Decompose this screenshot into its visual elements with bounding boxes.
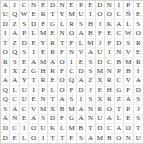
grid-cell-r14c6[interactable]: K	[48, 124, 57, 133]
grid-cell-r10c13[interactable]: G	[115, 86, 124, 95]
grid-cell-r6c7[interactable]: F	[58, 48, 67, 57]
grid-cell-r10c6[interactable]: L	[48, 86, 57, 95]
word-search-grid: AICNEDNEPEDNIPTUQWERTYMUIOOCÑEDZSDFGLRSH…	[0, 0, 144, 144]
grid-cell-r4c13[interactable]: C	[115, 29, 124, 38]
grid-cell-r4c12[interactable]: E	[105, 29, 114, 38]
grid-cell-r9c1[interactable]: A	[1, 77, 10, 86]
grid-cell-r3c3[interactable]: S	[20, 20, 29, 29]
grid-cell-r3c9[interactable]: S	[77, 20, 86, 29]
grid-cell-r12c4[interactable]: V	[29, 105, 38, 114]
grid-cell-r15c15[interactable]: U	[134, 134, 143, 143]
grid-cell-r9c15[interactable]: A	[134, 77, 143, 86]
grid-cell-r5c7[interactable]: T	[58, 39, 67, 48]
grid-cell-r2c12[interactable]: O	[105, 10, 114, 19]
grid-cell-r12c14[interactable]: P	[124, 105, 133, 114]
grid-cell-r8c7[interactable]: F	[58, 67, 67, 76]
grid-cell-r4c4[interactable]: L	[29, 29, 38, 38]
grid-cell-r4c6[interactable]: E	[48, 29, 57, 38]
grid-cell-r9c5[interactable]: R	[39, 77, 48, 86]
grid-cell-r15c4[interactable]: O	[29, 134, 38, 143]
grid-cell-r14c9[interactable]: B	[77, 124, 86, 133]
grid-cell-r4c11[interactable]: F	[96, 29, 105, 38]
grid-cell-r6c11[interactable]: U	[96, 48, 105, 57]
grid-cell-r13c10[interactable]: N	[86, 115, 95, 124]
grid-cell-r10c10[interactable]: J	[86, 86, 95, 95]
grid-cell-r2c7[interactable]: Y	[58, 10, 67, 19]
grid-cell-r14c4[interactable]: O	[29, 124, 38, 133]
grid-cell-r11c1[interactable]: Q	[1, 96, 10, 105]
grid-cell-r8c15[interactable]: I	[134, 67, 143, 76]
grid-cell-r12c13[interactable]: T	[115, 105, 124, 114]
grid-cell-r5c10[interactable]: M	[86, 39, 95, 48]
grid-cell-r7c12[interactable]: C	[105, 58, 114, 67]
grid-cell-r5c4[interactable]: E	[29, 39, 38, 48]
grid-cell-r3c11[interactable]: J	[96, 20, 105, 29]
grid-cell-r5c6[interactable]: R	[48, 39, 57, 48]
grid-cell-r2c3[interactable]: W	[20, 10, 29, 19]
grid-cell-r1c3[interactable]: C	[20, 1, 29, 10]
grid-cell-r12c15[interactable]: J	[134, 105, 143, 114]
grid-cell-r13c12[interactable]: A	[105, 115, 114, 124]
grid-cell-r1c15[interactable]: T	[134, 1, 143, 10]
grid-cell-r5c2[interactable]: Z	[10, 39, 19, 48]
grid-cell-r2c8[interactable]: M	[67, 10, 76, 19]
grid-cell-r3c6[interactable]: G	[48, 20, 57, 29]
grid-cell-r13c6[interactable]: D	[48, 115, 57, 124]
grid-cell-r6c4[interactable]: I	[29, 48, 38, 57]
grid-cell-r13c9[interactable]: A	[77, 115, 86, 124]
grid-cell-r10c15[interactable]: D	[134, 86, 143, 95]
grid-cell-r13c3[interactable]: E	[20, 115, 29, 124]
grid-cell-r6c12[interactable]: I	[105, 48, 114, 57]
grid-cell-r6c1[interactable]: O	[1, 48, 10, 57]
grid-cell-r7c13[interactable]: B	[115, 58, 124, 67]
grid-cell-r2c6[interactable]: T	[48, 10, 57, 19]
grid-cell-r11c5[interactable]: N	[39, 96, 48, 105]
grid-cell-r6c13[interactable]: N	[115, 48, 124, 57]
grid-cell-r4c2[interactable]: A	[10, 29, 19, 38]
grid-cell-r5c8[interactable]: F	[67, 39, 76, 48]
grid-cell-r5c1[interactable]: T	[1, 39, 10, 48]
grid-cell-r3c14[interactable]: L	[124, 20, 133, 29]
grid-cell-r1c9[interactable]: P	[77, 1, 86, 10]
grid-cell-r2c1[interactable]: U	[1, 10, 10, 19]
grid-cell-r4c8[interactable]: O	[67, 29, 76, 38]
grid-cell-r8c3[interactable]: Z	[20, 67, 29, 76]
grid-cell-r4c14[interactable]: W	[124, 29, 133, 38]
grid-cell-r15c12[interactable]: B	[105, 134, 114, 143]
grid-cell-r8c13[interactable]: P	[115, 67, 124, 76]
grid-cell-r12c8[interactable]: M	[67, 105, 76, 114]
grid-cell-r14c11[interactable]: D	[96, 124, 105, 133]
grid-cell-r10c9[interactable]: D	[77, 86, 86, 95]
grid-cell-r3c2[interactable]: Z	[10, 20, 19, 29]
grid-cell-r12c9[interactable]: A	[77, 105, 86, 114]
grid-cell-r7c4[interactable]: A	[29, 58, 38, 67]
grid-cell-r5c12[interactable]: F	[105, 39, 114, 48]
grid-cell-r10c4[interactable]: I	[29, 86, 38, 95]
grid-cell-r15c6[interactable]: T	[48, 134, 57, 143]
grid-cell-r12c6[interactable]: X	[48, 105, 57, 114]
grid-cell-r9c13[interactable]: C	[115, 77, 124, 86]
grid-cell-r2c10[interactable]: I	[86, 10, 95, 19]
grid-cell-r12c1[interactable]: S	[1, 105, 10, 114]
grid-cell-r12c12[interactable]: O	[105, 105, 114, 114]
grid-cell-r13c11[interactable]: U	[96, 115, 105, 124]
grid-cell-r14c12[interactable]: C	[105, 124, 114, 133]
grid-cell-r14c14[interactable]: O	[124, 124, 133, 133]
grid-cell-r7c5[interactable]: M	[39, 58, 48, 67]
grid-cell-r9c2[interactable]: A	[10, 77, 19, 86]
grid-cell-r3c4[interactable]: D	[29, 20, 38, 29]
grid-cell-r5c15[interactable]: R	[134, 39, 143, 48]
grid-cell-r9c10[interactable]: Z	[86, 77, 95, 86]
grid-cell-r14c3[interactable]: I	[20, 124, 29, 133]
grid-cell-r10c7[interactable]: O	[58, 86, 67, 95]
grid-cell-r15c7[interactable]: T	[58, 134, 67, 143]
grid-cell-r6c2[interactable]: Q	[10, 48, 19, 57]
grid-cell-r14c7[interactable]: L	[58, 124, 67, 133]
grid-cell-r8c2[interactable]: X	[10, 67, 19, 76]
grid-cell-r7c2[interactable]: S	[10, 58, 19, 67]
grid-cell-r9c6[interactable]: E	[48, 77, 57, 86]
grid-cell-r13c2[interactable]: N	[10, 115, 19, 124]
grid-cell-r7c3[interactable]: E	[20, 58, 29, 67]
grid-cell-r5c13[interactable]: D	[115, 39, 124, 48]
grid-cell-r1c14[interactable]: P	[124, 1, 133, 10]
grid-cell-r11c15[interactable]: S	[134, 96, 143, 105]
grid-cell-r3c7[interactable]: L	[58, 20, 67, 29]
grid-cell-r5c11[interactable]: J	[96, 39, 105, 48]
grid-cell-r3c5[interactable]: F	[39, 20, 48, 29]
grid-cell-r14c13[interactable]: A	[115, 124, 124, 133]
grid-cell-r10c8[interactable]: F	[67, 86, 76, 95]
grid-cell-r11c4[interactable]: E	[29, 96, 38, 105]
grid-cell-r11c2[interactable]: C	[10, 96, 19, 105]
grid-cell-r15c9[interactable]: S	[77, 134, 86, 143]
grid-cell-r2c4[interactable]: E	[29, 10, 38, 19]
grid-cell-r12c7[interactable]: B	[58, 105, 67, 114]
grid-cell-r4c5[interactable]: M	[39, 29, 48, 38]
grid-cell-r14c1[interactable]: D	[1, 124, 10, 133]
grid-cell-r10c11[interactable]: E	[96, 86, 105, 95]
grid-cell-r9c14[interactable]: V	[124, 77, 133, 86]
grid-cell-r10c2[interactable]: L	[10, 86, 19, 95]
grid-cell-r7c1[interactable]: R	[1, 58, 10, 67]
grid-cell-r7c9[interactable]: E	[77, 58, 86, 67]
grid-cell-r1c8[interactable]: E	[67, 1, 76, 10]
grid-cell-r13c8[interactable]: G	[67, 115, 76, 124]
grid-cell-r12c11[interactable]: R	[96, 105, 105, 114]
grid-cell-r10c3[interactable]: U	[20, 86, 29, 95]
grid-cell-r15c13[interactable]: O	[115, 134, 124, 143]
grid-cell-r10c12[interactable]: H	[105, 86, 114, 95]
grid-cell-r4c1[interactable]: I	[1, 29, 10, 38]
grid-cell-r1c6[interactable]: D	[48, 1, 57, 10]
grid-cell-r15c3[interactable]: L	[20, 134, 29, 143]
grid-cell-r6c5[interactable]: E	[39, 48, 48, 57]
grid-cell-r3c13[interactable]: A	[115, 20, 124, 29]
grid-cell-r8c6[interactable]: R	[48, 67, 57, 76]
grid-cell-r9c4[interactable]: T	[29, 77, 38, 86]
grid-cell-r7c15[interactable]: R	[134, 58, 143, 67]
grid-cell-r15c5[interactable]: I	[39, 134, 48, 143]
grid-cell-r12c2[interactable]: A	[10, 105, 19, 114]
grid-cell-r8c5[interactable]: H	[39, 67, 48, 76]
grid-cell-r1c7[interactable]: N	[58, 1, 67, 10]
grid-cell-r7c7[interactable]: O	[58, 58, 67, 67]
grid-cell-r5c5[interactable]: Y	[39, 39, 48, 48]
grid-cell-r10c14[interactable]: F	[124, 86, 133, 95]
grid-cell-r5c9[interactable]: L	[77, 39, 86, 48]
grid-cell-r14c10[interactable]: T	[86, 124, 95, 133]
grid-cell-r8c1[interactable]: I	[1, 67, 10, 76]
grid-cell-r12c5[interactable]: M	[39, 105, 48, 114]
grid-cell-r5c3[interactable]: D	[20, 39, 29, 48]
grid-cell-r12c10[interactable]: N	[86, 105, 95, 114]
grid-cell-r2c5[interactable]: R	[39, 10, 48, 19]
grid-cell-r13c7[interactable]: F	[58, 115, 67, 124]
grid-cell-r15c14[interactable]: N	[124, 134, 133, 143]
grid-cell-r11c3[interactable]: U	[20, 96, 29, 105]
grid-cell-r8c8[interactable]: C	[67, 67, 76, 76]
grid-cell-r13c4[interactable]: A	[29, 115, 38, 124]
grid-cell-r2c14[interactable]: Ñ	[124, 10, 133, 19]
grid-cell-r1c4[interactable]: N	[29, 1, 38, 10]
grid-cell-r1c10[interactable]: E	[86, 1, 95, 10]
grid-cell-r9c8[interactable]: Q	[67, 77, 76, 86]
grid-cell-r7c14[interactable]: M	[124, 58, 133, 67]
grid-cell-r4c15[interactable]: O	[134, 29, 143, 38]
grid-cell-r7c11[interactable]: D	[96, 58, 105, 67]
grid-cell-r3c12[interactable]: K	[105, 20, 114, 29]
grid-cell-r7c6[interactable]: A	[48, 58, 57, 67]
grid-cell-r6c14[interactable]: V	[124, 48, 133, 57]
grid-cell-r6c15[interactable]: E	[134, 48, 143, 57]
grid-cell-r9c3[interactable]: Y	[20, 77, 29, 86]
grid-cell-r8c12[interactable]: N	[105, 67, 114, 76]
grid-cell-r3c10[interactable]: H	[86, 20, 95, 29]
grid-cell-r8c9[interactable]: D	[77, 67, 86, 76]
grid-cell-r10c5[interactable]: P	[39, 86, 48, 95]
grid-cell-r13c14[interactable]: E	[124, 115, 133, 124]
grid-cell-r2c11[interactable]: O	[96, 10, 105, 19]
grid-cell-r15c1[interactable]: D	[1, 134, 10, 143]
grid-cell-r1c11[interactable]: D	[96, 1, 105, 10]
grid-cell-r1c12[interactable]: N	[105, 1, 114, 10]
grid-cell-r11c13[interactable]: Z	[115, 96, 124, 105]
grid-cell-r1c1[interactable]: A	[1, 1, 10, 10]
grid-cell-r11c7[interactable]: A	[58, 96, 67, 105]
grid-cell-r15c10[interactable]: A	[86, 134, 95, 143]
grid-cell-r2c2[interactable]: Q	[10, 10, 19, 19]
grid-cell-r6c9[interactable]: V	[77, 48, 86, 57]
grid-cell-r11c6[interactable]: T	[48, 96, 57, 105]
grid-cell-r3c15[interactable]: S	[134, 20, 143, 29]
grid-cell-r10c1[interactable]: Q	[1, 86, 10, 95]
grid-cell-r15c2[interactable]: E	[10, 134, 19, 143]
grid-cell-r13c5[interactable]: S	[39, 115, 48, 124]
grid-cell-r2c9[interactable]: U	[77, 10, 86, 19]
grid-cell-r14c8[interactable]: M	[67, 124, 76, 133]
grid-cell-r13c13[interactable]: L	[115, 115, 124, 124]
grid-cell-r1c2[interactable]: I	[10, 1, 19, 10]
grid-cell-r8c4[interactable]: G	[29, 67, 38, 76]
grid-cell-r11c8[interactable]: S	[67, 96, 76, 105]
grid-cell-r4c9[interactable]: A	[77, 29, 86, 38]
grid-cell-r7c10[interactable]: S	[86, 58, 95, 67]
grid-cell-r7c8[interactable]: I	[67, 58, 76, 67]
grid-cell-r14c15[interactable]: T	[134, 124, 143, 133]
grid-cell-r15c11[interactable]: M	[96, 134, 105, 143]
grid-cell-r9c7[interactable]: O	[58, 77, 67, 86]
grid-cell-r5c14[interactable]: S	[124, 39, 133, 48]
grid-cell-r1c5[interactable]: E	[39, 1, 48, 10]
grid-cell-r11c11[interactable]: X	[96, 96, 105, 105]
grid-cell-r11c10[interactable]: S	[86, 96, 95, 105]
grid-cell-r2c13[interactable]: C	[115, 10, 124, 19]
grid-cell-r8c14[interactable]: B	[124, 67, 133, 76]
grid-cell-r3c8[interactable]: R	[67, 20, 76, 29]
grid-cell-r9c11[interactable]: X	[96, 77, 105, 86]
grid-cell-r6c10[interactable]: A	[86, 48, 95, 57]
grid-cell-r6c3[interactable]: S	[20, 48, 29, 57]
grid-cell-r2c15[interactable]: E	[134, 10, 143, 19]
grid-cell-r14c2[interactable]: C	[10, 124, 19, 133]
grid-cell-r11c9[interactable]: I	[77, 96, 86, 105]
grid-cell-r15c8[interactable]: E	[67, 134, 76, 143]
grid-cell-r3c1[interactable]: D	[1, 20, 10, 29]
grid-cell-r9c9[interactable]: A	[77, 77, 86, 86]
grid-cell-r8c11[interactable]: M	[96, 67, 105, 76]
grid-cell-r1c13[interactable]: I	[115, 1, 124, 10]
grid-cell-r13c15[interactable]: S	[134, 115, 143, 124]
grid-cell-r6c6[interactable]: R	[48, 48, 57, 57]
grid-cell-r13c1[interactable]: A	[1, 115, 10, 124]
grid-cell-r4c7[interactable]: N	[58, 29, 67, 38]
grid-cell-r4c3[interactable]: P	[20, 29, 29, 38]
grid-cell-r11c14[interactable]: A	[124, 96, 133, 105]
grid-cell-r6c8[interactable]: N	[67, 48, 76, 57]
grid-cell-r4c10[interactable]: B	[86, 29, 95, 38]
grid-cell-r12c3[interactable]: C	[20, 105, 29, 114]
grid-cell-r14c5[interactable]: U	[39, 124, 48, 133]
grid-cell-r8c10[interactable]: S	[86, 67, 95, 76]
grid-cell-r11c12[interactable]: R	[105, 96, 114, 105]
grid-cell-r9c12[interactable]: R	[105, 77, 114, 86]
